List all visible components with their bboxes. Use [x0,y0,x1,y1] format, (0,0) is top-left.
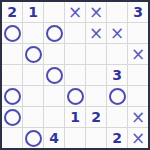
cell-r1c1: 2 [2,2,22,22]
cell-r5c2[interactable] [23,86,43,106]
cell-r2c3[interactable] [44,23,64,43]
cell-r4c7[interactable] [128,65,148,85]
mine-mark-circle-icon [25,130,42,147]
cell-r4c6: 3 [107,65,127,85]
cell-r4c1[interactable] [2,65,22,85]
clue-number: 2 [91,110,101,124]
cell-r7c1[interactable] [2,128,22,148]
mine-mark-circle-icon [109,88,126,105]
cell-r1c6[interactable] [107,2,127,22]
clue-number: 3 [112,68,122,82]
mine-mark-circle-icon [46,25,63,42]
clue-number: 2 [112,131,122,145]
clue-number: 3 [133,5,143,19]
cell-r5c3[interactable] [44,86,64,106]
cell-r1c4[interactable]: × [65,2,85,22]
mine-mark-circle-icon [4,88,21,105]
cell-r6c5: 2 [86,107,106,127]
mine-mark-circle-icon [46,67,63,84]
cell-r5c5[interactable] [86,86,106,106]
no-mine-x-icon: × [131,109,145,126]
cell-r5c7[interactable] [128,86,148,106]
cell-r5c6[interactable] [107,86,127,106]
clue-number: 4 [49,131,59,145]
cell-r7c4[interactable] [65,128,85,148]
mine-mark-circle-icon [25,46,42,63]
cell-r2c5[interactable]: × [86,23,106,43]
cell-r7c2[interactable] [23,128,43,148]
cell-r2c6[interactable]: × [107,23,127,43]
cell-r7c7[interactable]: × [128,128,148,148]
mine-mark-circle-icon [67,88,84,105]
cell-r3c5[interactable] [86,44,106,64]
cell-r6c7[interactable]: × [128,107,148,127]
cell-r5c1[interactable] [2,86,22,106]
cell-r2c7[interactable] [128,23,148,43]
clue-number: 2 [7,5,17,19]
cell-r6c1[interactable] [2,107,22,127]
cell-r3c6[interactable] [107,44,127,64]
cell-r6c6[interactable] [107,107,127,127]
mine-mark-circle-icon [4,109,21,126]
cell-r1c7: 3 [128,2,148,22]
cell-r7c5[interactable] [86,128,106,148]
cell-r3c3[interactable] [44,44,64,64]
cell-r5c4[interactable] [65,86,85,106]
mine-mark-circle-icon [4,25,21,42]
cell-r7c6: 2 [107,128,127,148]
cell-r4c5[interactable] [86,65,106,85]
cell-r3c2[interactable] [23,44,43,64]
cell-r1c3[interactable] [44,2,64,22]
cell-r2c1[interactable] [2,23,22,43]
no-mine-x-icon: × [131,130,145,147]
cell-r6c3[interactable] [44,107,64,127]
cell-r3c7[interactable]: × [128,44,148,64]
clue-number: 1 [28,5,38,19]
no-mine-x-icon: × [89,25,103,42]
puzzle-board: 21××3×××312×42× [0,0,150,150]
no-mine-x-icon: × [89,4,103,21]
cell-r3c1[interactable] [2,44,22,64]
cell-r4c3[interactable] [44,65,64,85]
cell-r4c2[interactable] [23,65,43,85]
no-mine-x-icon: × [131,46,145,63]
cell-r2c4[interactable] [65,23,85,43]
cell-r1c2: 1 [23,2,43,22]
cell-r2c2[interactable] [23,23,43,43]
cell-r1c5[interactable]: × [86,2,106,22]
no-mine-x-icon: × [68,4,82,21]
no-mine-x-icon: × [110,25,124,42]
cell-r7c3: 4 [44,128,64,148]
cell-r3c4[interactable] [65,44,85,64]
cell-r6c4: 1 [65,107,85,127]
clue-number: 1 [70,110,80,124]
cell-r4c4[interactable] [65,65,85,85]
cell-r6c2[interactable] [23,107,43,127]
